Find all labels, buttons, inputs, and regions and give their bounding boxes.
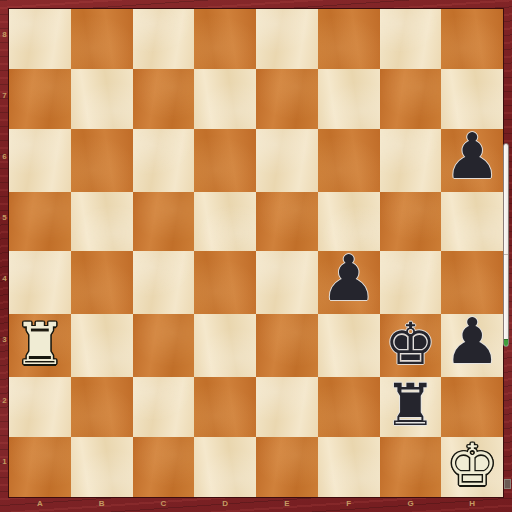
square-f2[interactable] — [318, 377, 380, 437]
square-b7[interactable] — [71, 69, 133, 129]
piece-black-pawn-h3[interactable]: ♟ — [444, 310, 500, 373]
square-f3[interactable] — [318, 314, 380, 377]
square-d3[interactable] — [194, 314, 256, 377]
square-c4[interactable] — [133, 251, 195, 314]
square-c2[interactable] — [133, 377, 195, 437]
square-e7[interactable] — [256, 69, 318, 129]
rank-label-8: 8 — [0, 30, 9, 40]
square-f6[interactable] — [318, 129, 380, 192]
square-g3[interactable]: ♚ — [380, 314, 442, 377]
square-f8[interactable] — [318, 9, 380, 69]
file-label-e: E — [256, 499, 318, 509]
rank-label-5: 5 — [0, 213, 9, 223]
square-g7[interactable] — [380, 69, 442, 129]
rank-label-2: 2 — [0, 396, 9, 406]
square-a1[interactable] — [9, 437, 71, 497]
square-b1[interactable] — [71, 437, 133, 497]
square-e3[interactable] — [256, 314, 318, 377]
square-a5[interactable] — [9, 192, 71, 252]
square-a2[interactable] — [9, 377, 71, 437]
square-b3[interactable] — [71, 314, 133, 377]
rank-label-7: 7 — [0, 91, 9, 101]
rank-label-3: 3 — [0, 335, 9, 345]
square-d8[interactable] — [194, 9, 256, 69]
file-label-f: F — [318, 499, 380, 509]
square-a6[interactable] — [9, 129, 71, 192]
square-e6[interactable] — [256, 129, 318, 192]
square-c5[interactable] — [133, 192, 195, 252]
square-c7[interactable] — [133, 69, 195, 129]
square-f4[interactable]: ♟ — [318, 251, 380, 314]
scrollbar-green-tip-icon — [504, 339, 508, 346]
square-h2[interactable] — [441, 377, 503, 437]
file-label-h: H — [441, 499, 503, 509]
square-e8[interactable] — [256, 9, 318, 69]
file-label-b: B — [71, 499, 133, 509]
square-a8[interactable] — [9, 9, 71, 69]
file-label-d: D — [194, 499, 256, 509]
square-g6[interactable] — [380, 129, 442, 192]
piece-white-king-h1[interactable]: ♚ — [446, 436, 498, 494]
rank-label-4: 4 — [0, 274, 9, 284]
square-b2[interactable] — [71, 377, 133, 437]
scrollbar-thumb[interactable] — [503, 143, 509, 347]
piece-black-rook-g2[interactable]: ♜ — [384, 376, 436, 434]
square-c6[interactable] — [133, 129, 195, 192]
board: ♟♟♜♚♟♜♚ — [9, 9, 503, 497]
square-a4[interactable] — [9, 251, 71, 314]
resize-gripper-icon[interactable] — [504, 479, 511, 489]
piece-white-rook-a3[interactable]: ♜ — [14, 315, 66, 373]
square-a3[interactable]: ♜ — [9, 314, 71, 377]
square-f1[interactable] — [318, 437, 380, 497]
rank-label-6: 6 — [0, 152, 9, 162]
square-d5[interactable] — [194, 192, 256, 252]
square-h6[interactable]: ♟ — [441, 129, 503, 192]
square-g2[interactable]: ♜ — [380, 377, 442, 437]
scrollbar-seam — [504, 254, 508, 255]
square-b5[interactable] — [71, 192, 133, 252]
square-d1[interactable] — [194, 437, 256, 497]
square-a7[interactable] — [9, 69, 71, 129]
square-d4[interactable] — [194, 251, 256, 314]
square-h1[interactable]: ♚ — [441, 437, 503, 497]
square-h5[interactable] — [441, 192, 503, 252]
square-h3[interactable]: ♟ — [441, 314, 503, 377]
piece-black-pawn-f4[interactable]: ♟ — [320, 247, 376, 310]
square-c1[interactable] — [133, 437, 195, 497]
square-g8[interactable] — [380, 9, 442, 69]
square-d6[interactable] — [194, 129, 256, 192]
square-g1[interactable] — [380, 437, 442, 497]
square-b8[interactable] — [71, 9, 133, 69]
square-e1[interactable] — [256, 437, 318, 497]
file-label-a: A — [9, 499, 71, 509]
piece-black-pawn-h6[interactable]: ♟ — [444, 125, 500, 188]
square-g5[interactable] — [380, 192, 442, 252]
square-h8[interactable] — [441, 9, 503, 69]
square-b4[interactable] — [71, 251, 133, 314]
square-e2[interactable] — [256, 377, 318, 437]
square-e4[interactable] — [256, 251, 318, 314]
square-f7[interactable] — [318, 69, 380, 129]
square-c8[interactable] — [133, 9, 195, 69]
file-label-c: C — [133, 499, 195, 509]
piece-black-king-g3[interactable]: ♚ — [384, 315, 436, 373]
square-d7[interactable] — [194, 69, 256, 129]
square-e5[interactable] — [256, 192, 318, 252]
rank-label-1: 1 — [0, 457, 9, 467]
square-b6[interactable] — [71, 129, 133, 192]
square-c3[interactable] — [133, 314, 195, 377]
square-d2[interactable] — [194, 377, 256, 437]
square-g4[interactable] — [380, 251, 442, 314]
chess-app-window: ♟♟♜♚♟♜♚ 87654321 ABCDEFGH — [0, 0, 512, 512]
file-label-g: G — [380, 499, 442, 509]
